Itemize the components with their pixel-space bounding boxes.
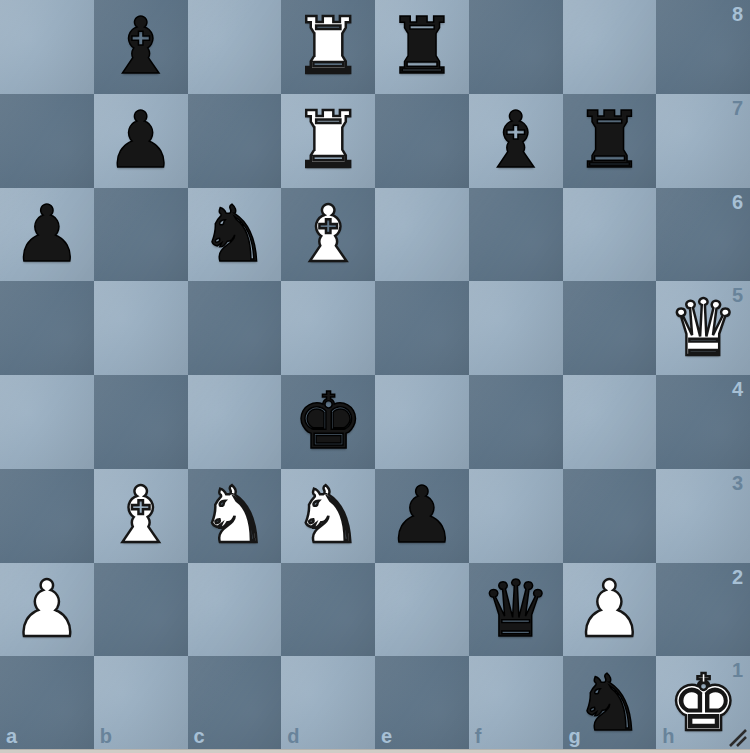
square-g4[interactable] [563,375,657,469]
square-e8[interactable]: ♜ [375,0,469,94]
black-pawn[interactable]: ♟ [0,188,94,282]
square-g8[interactable] [563,0,657,94]
file-label-e: e [381,725,392,748]
square-d7[interactable]: ♜ [281,94,375,188]
square-g2[interactable]: ♟ [563,563,657,657]
square-g6[interactable] [563,188,657,282]
square-a8[interactable] [0,0,94,94]
chess-app: ♝♜♜8♟♜♝♜7♟♞♝65♛♚4♝♞♞♟3♟♛♟2abcdefg♞1h♚ [0,0,750,753]
white-bishop[interactable]: ♝ [281,188,375,282]
rank-label-2: 2 [732,566,743,589]
rank-label-7: 7 [732,97,743,120]
file-label-d: d [287,725,299,748]
square-d1[interactable]: d [281,656,375,750]
square-h7[interactable]: 7 [656,94,750,188]
square-e6[interactable] [375,188,469,282]
square-c6[interactable]: ♞ [188,188,282,282]
square-a5[interactable] [0,281,94,375]
square-c1[interactable]: c [188,656,282,750]
file-label-c: c [194,725,205,748]
square-a6[interactable]: ♟ [0,188,94,282]
square-e4[interactable] [375,375,469,469]
square-b5[interactable] [94,281,188,375]
square-f3[interactable] [469,469,563,563]
square-d4[interactable]: ♚ [281,375,375,469]
square-f1[interactable]: f [469,656,563,750]
square-h5[interactable]: 5♛ [656,281,750,375]
square-c5[interactable] [188,281,282,375]
square-a3[interactable] [0,469,94,563]
square-h4[interactable]: 4 [656,375,750,469]
square-b6[interactable] [94,188,188,282]
square-b8[interactable]: ♝ [94,0,188,94]
white-pawn[interactable]: ♟ [0,563,94,657]
square-f7[interactable]: ♝ [469,94,563,188]
rank-label-4: 4 [732,378,743,401]
square-f2[interactable]: ♛ [469,563,563,657]
rank-label-8: 8 [732,3,743,26]
square-a1[interactable]: a [0,656,94,750]
square-d8[interactable]: ♜ [281,0,375,94]
square-d6[interactable]: ♝ [281,188,375,282]
black-queen[interactable]: ♛ [469,563,563,657]
square-b2[interactable] [94,563,188,657]
square-f8[interactable] [469,0,563,94]
rank-label-3: 3 [732,472,743,495]
square-a2[interactable]: ♟ [0,563,94,657]
square-g5[interactable] [563,281,657,375]
black-knight[interactable]: ♞ [188,188,282,282]
square-h2[interactable]: 2 [656,563,750,657]
rank-label-6: 6 [732,191,743,214]
file-label-a: a [6,725,17,748]
square-g1[interactable]: g♞ [563,656,657,750]
resize-handle-icon[interactable] [726,726,748,748]
square-c3[interactable]: ♞ [188,469,282,563]
square-a7[interactable] [0,94,94,188]
square-e2[interactable] [375,563,469,657]
file-label-b: b [100,725,112,748]
square-c2[interactable] [188,563,282,657]
square-b3[interactable]: ♝ [94,469,188,563]
square-f5[interactable] [469,281,563,375]
square-d3[interactable]: ♞ [281,469,375,563]
white-knight[interactable]: ♞ [281,469,375,563]
square-e7[interactable] [375,94,469,188]
square-c4[interactable] [188,375,282,469]
black-knight[interactable]: ♞ [563,656,657,750]
square-a4[interactable] [0,375,94,469]
square-f6[interactable] [469,188,563,282]
square-b1[interactable]: b [94,656,188,750]
square-d2[interactable] [281,563,375,657]
black-rook[interactable]: ♜ [563,94,657,188]
square-e1[interactable]: e [375,656,469,750]
square-g7[interactable]: ♜ [563,94,657,188]
white-pawn[interactable]: ♟ [563,563,657,657]
black-bishop[interactable]: ♝ [469,94,563,188]
white-bishop[interactable]: ♝ [94,469,188,563]
white-queen[interactable]: ♛ [656,281,750,375]
square-g3[interactable] [563,469,657,563]
black-rook[interactable]: ♜ [375,0,469,94]
black-bishop[interactable]: ♝ [94,0,188,94]
square-b4[interactable] [94,375,188,469]
white-rook[interactable]: ♜ [281,94,375,188]
square-b7[interactable]: ♟ [94,94,188,188]
black-pawn[interactable]: ♟ [375,469,469,563]
square-h8[interactable]: 8 [656,0,750,94]
square-c7[interactable] [188,94,282,188]
square-f4[interactable] [469,375,563,469]
square-h6[interactable]: 6 [656,188,750,282]
file-label-f: f [475,725,482,748]
white-knight[interactable]: ♞ [188,469,282,563]
square-e5[interactable] [375,281,469,375]
square-c8[interactable] [188,0,282,94]
white-rook[interactable]: ♜ [281,0,375,94]
black-pawn[interactable]: ♟ [94,94,188,188]
chess-board: ♝♜♜8♟♜♝♜7♟♞♝65♛♚4♝♞♞♟3♟♛♟2abcdefg♞1h♚ [0,0,750,750]
square-h3[interactable]: 3 [656,469,750,563]
square-d5[interactable] [281,281,375,375]
square-e3[interactable]: ♟ [375,469,469,563]
square-h1[interactable]: 1h♚ [656,656,750,750]
black-king[interactable]: ♚ [281,375,375,469]
